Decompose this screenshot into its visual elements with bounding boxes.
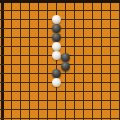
white-stone [52,42,62,52]
white-stone [52,78,62,88]
black-stone [61,53,71,63]
white-stone [52,15,62,25]
grid-line-horizontal [0,64,120,66]
white-stone [52,51,62,61]
board-edge-line-horizontal [0,0,120,3]
black-stone [52,24,62,34]
grid-line-horizontal [0,109,120,111]
go-board[interactable] [0,0,120,120]
grid-line-horizontal [0,10,120,12]
board-game-screenshot [0,0,120,120]
grid-line-horizontal [0,118,120,120]
grid-line-horizontal [0,100,120,102]
black-stone [61,62,71,72]
black-stone [52,69,62,79]
grid-line-horizontal [0,91,120,93]
black-stone [52,33,62,43]
